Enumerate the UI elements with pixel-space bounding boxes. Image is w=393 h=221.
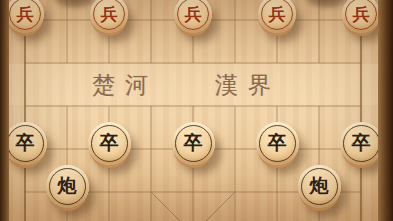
piece-ring: 卒 (7, 125, 44, 162)
piece-black-soldier-file5[interactable]: 卒 (172, 122, 215, 165)
piece-glyph: 炮 (58, 173, 77, 199)
piece-black-soldier-file1[interactable]: 卒 (4, 122, 47, 165)
xiangqi-board[interactable]: 楚河 漢界 兵兵兵兵兵卒卒卒卒卒炮炮 (0, 0, 393, 221)
piece-ring: 卒 (259, 125, 296, 162)
piece-ring: 炮 (49, 168, 86, 205)
piece-glyph: 兵 (17, 3, 34, 26)
piece-glyph: 卒 (16, 130, 35, 156)
piece-glyph: 卒 (184, 130, 203, 156)
piece-black-soldier-file7[interactable]: 卒 (256, 122, 299, 165)
right-wood-rail (378, 0, 393, 221)
piece-ring: 卒 (343, 125, 380, 162)
piece-ring: 兵 (177, 0, 209, 30)
piece-ring: 炮 (301, 168, 338, 205)
piece-ring: 兵 (345, 0, 377, 30)
piece-glyph: 卒 (352, 130, 371, 156)
piece-black-cannon-file8[interactable]: 炮 (298, 165, 341, 208)
piece-glyph: 兵 (185, 3, 202, 26)
piece-glyph: 兵 (101, 3, 118, 26)
piece-ring: 兵 (93, 0, 125, 30)
left-wood-rail (0, 0, 9, 221)
piece-ring: 兵 (261, 0, 293, 30)
piece-glyph: 卒 (100, 130, 119, 156)
piece-glyph: 兵 (353, 3, 370, 26)
piece-glyph: 兵 (269, 3, 286, 26)
piece-black-soldier-file3[interactable]: 卒 (88, 122, 131, 165)
piece-glyph: 卒 (268, 130, 287, 156)
piece-ring: 兵 (9, 0, 41, 30)
piece-black-soldier-file9[interactable]: 卒 (340, 122, 383, 165)
piece-glyph: 炮 (310, 173, 329, 199)
piece-black-cannon-file2[interactable]: 炮 (46, 165, 89, 208)
piece-ring: 卒 (175, 125, 212, 162)
piece-ring: 卒 (91, 125, 128, 162)
